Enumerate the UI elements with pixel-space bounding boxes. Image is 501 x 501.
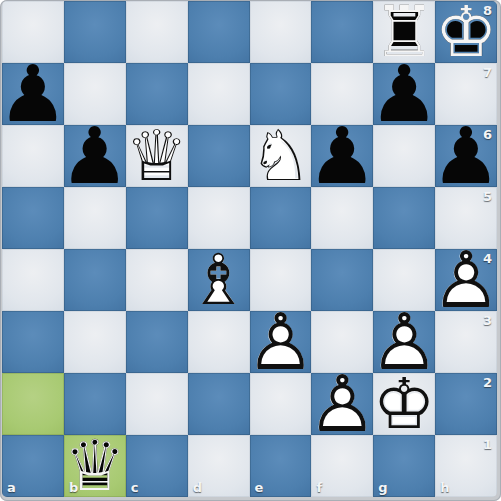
black-pawn-glyph: ♟ [311,125,373,187]
square-d2[interactable] [188,373,250,435]
square-g3[interactable]: ♟♙ [373,311,435,373]
square-e5[interactable] [250,187,312,249]
white-king-outline: ♔ [373,373,435,435]
square-g5[interactable] [373,187,435,249]
square-f2[interactable]: ♟♙ [311,373,373,435]
rank-label-5: 5 [483,189,492,204]
square-a8[interactable] [2,1,64,63]
square-g2[interactable]: ♚♔ [373,373,435,435]
square-a4[interactable] [2,249,64,311]
black-pawn-glyph: ♟ [435,125,497,187]
square-g8[interactable]: ♜♖ [373,1,435,63]
rank-label-1: 1 [483,437,492,452]
rank-label-7: 7 [483,65,492,80]
square-a2[interactable] [2,373,64,435]
file-label-g: g [378,480,387,495]
square-a7[interactable]: ♟ [2,63,64,125]
white-knight-outline: ♘ [250,125,312,187]
white-queen-piece[interactable]: ♛♕ [126,125,188,187]
square-e4[interactable] [250,249,312,311]
square-c7[interactable] [126,63,188,125]
square-h4[interactable]: ♟♙4 [435,249,497,311]
square-c8[interactable] [126,1,188,63]
white-bishop-piece[interactable]: ♝♗ [188,249,250,311]
square-c4[interactable] [126,249,188,311]
square-b8[interactable] [64,1,126,63]
chess-board: ♜♖♚♔8♟♟7♟♛♕♞♘♟♟65♝♗♟♙4♟♙♟♙3♟♙♚♔2a♛♕bcdef… [2,1,497,497]
white-pawn-outline: ♙ [250,311,312,373]
square-b2[interactable] [64,373,126,435]
square-c3[interactable] [126,311,188,373]
black-pawn-glyph: ♟ [373,63,435,125]
square-c5[interactable] [126,187,188,249]
square-g6[interactable] [373,125,435,187]
white-pawn-piece[interactable]: ♟♙ [250,311,312,373]
black-rook-outline: ♖ [373,1,435,63]
square-b6[interactable]: ♟ [64,125,126,187]
square-d4[interactable]: ♝♗ [188,249,250,311]
square-f7[interactable] [311,63,373,125]
square-h5[interactable]: 5 [435,187,497,249]
black-pawn-glyph: ♟ [64,125,126,187]
square-b3[interactable] [64,311,126,373]
file-label-f: f [316,480,322,495]
white-pawn-outline: ♙ [311,373,373,435]
square-h7[interactable]: 7 [435,63,497,125]
square-d5[interactable] [188,187,250,249]
file-label-c: c [131,480,139,495]
square-f6[interactable]: ♟ [311,125,373,187]
square-d7[interactable] [188,63,250,125]
square-a5[interactable] [2,187,64,249]
square-a1[interactable]: a [2,435,64,497]
square-f5[interactable] [311,187,373,249]
black-king-piece[interactable]: ♚♔ [435,1,497,63]
square-e2[interactable] [250,373,312,435]
square-d3[interactable] [188,311,250,373]
white-pawn-piece[interactable]: ♟♙ [311,373,373,435]
file-label-e: e [255,480,264,495]
square-f3[interactable] [311,311,373,373]
square-e1[interactable]: e [250,435,312,497]
chess-board-frame: ♜♖♚♔8♟♟7♟♛♕♞♘♟♟65♝♗♟♙4♟♙♟♙3♟♙♚♔2a♛♕bcdef… [0,0,501,501]
white-pawn-piece[interactable]: ♟♙ [435,249,497,311]
file-label-a: a [7,480,16,495]
black-pawn-piece[interactable]: ♟ [435,125,497,187]
square-c2[interactable] [126,373,188,435]
black-pawn-piece[interactable]: ♟ [311,125,373,187]
square-d6[interactable] [188,125,250,187]
square-e7[interactable] [250,63,312,125]
black-king-glyph: ♚ [435,1,497,63]
white-bishop-outline: ♗ [188,249,250,311]
square-h1[interactable]: h1 [435,435,497,497]
square-g4[interactable] [373,249,435,311]
square-e6[interactable]: ♞♘ [250,125,312,187]
square-h3[interactable]: 3 [435,311,497,373]
white-knight-glyph: ♞ [250,125,312,187]
file-label-d: d [193,480,202,495]
square-d1[interactable]: d [188,435,250,497]
white-pawn-outline: ♙ [373,311,435,373]
black-pawn-glyph: ♟ [2,63,64,125]
square-f1[interactable]: f [311,435,373,497]
square-b5[interactable] [64,187,126,249]
black-queen-glyph: ♛ [64,435,126,497]
square-h8[interactable]: ♚♔8 [435,1,497,63]
file-label-h: h [440,480,449,495]
black-pawn-piece[interactable]: ♟ [64,125,126,187]
white-pawn-glyph: ♟ [311,373,373,435]
square-d8[interactable] [188,1,250,63]
square-a6[interactable] [2,125,64,187]
square-g7[interactable]: ♟ [373,63,435,125]
square-g1[interactable]: g [373,435,435,497]
white-knight-piece[interactable]: ♞♘ [250,125,312,187]
white-queen-outline: ♕ [126,125,188,187]
white-pawn-outline: ♙ [435,249,497,311]
square-f4[interactable] [311,249,373,311]
square-h2[interactable]: 2 [435,373,497,435]
black-pawn-piece[interactable]: ♟ [373,63,435,125]
square-e3[interactable]: ♟♙ [250,311,312,373]
white-queen-glyph: ♛ [126,125,188,187]
square-a3[interactable] [2,311,64,373]
black-queen-outline: ♕ [64,435,126,497]
white-bishop-glyph: ♝ [188,249,250,311]
square-c6[interactable]: ♛♕ [126,125,188,187]
square-b7[interactable] [64,63,126,125]
white-pawn-glyph: ♟ [435,249,497,311]
square-b4[interactable] [64,249,126,311]
square-h6[interactable]: ♟6 [435,125,497,187]
black-pawn-piece[interactable]: ♟ [2,63,64,125]
white-king-glyph: ♚ [373,373,435,435]
black-king-outline: ♔ [435,1,497,63]
black-rook-piece[interactable]: ♜♖ [373,1,435,63]
rank-label-2: 2 [483,375,492,390]
rank-label-3: 3 [483,313,492,328]
black-queen-piece[interactable]: ♛♕ [64,435,126,497]
square-b1[interactable]: ♛♕b [64,435,126,497]
white-king-piece[interactable]: ♚♔ [373,373,435,435]
square-c1[interactable]: c [126,435,188,497]
black-rook-glyph: ♜ [373,1,435,63]
white-pawn-glyph: ♟ [373,311,435,373]
square-f8[interactable] [311,1,373,63]
white-pawn-piece[interactable]: ♟♙ [373,311,435,373]
square-e8[interactable] [250,1,312,63]
white-pawn-glyph: ♟ [250,311,312,373]
